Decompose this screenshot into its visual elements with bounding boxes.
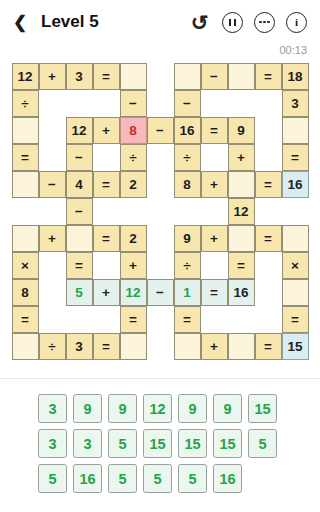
- cell-r3c9: [255, 144, 282, 171]
- cell-r8c1: [39, 279, 66, 306]
- tray-tile-8[interactable]: 3: [73, 429, 102, 458]
- cell-r10c9: =: [255, 333, 282, 360]
- cell-r0c9: =: [255, 63, 282, 90]
- cell-r5c5: [147, 198, 174, 225]
- cell-r6c6: 9: [174, 225, 201, 252]
- cell-r10c10: 15: [282, 333, 309, 360]
- cell-r7c8: =: [228, 252, 255, 279]
- pause-icon[interactable]: [222, 12, 243, 33]
- cell-r2c4[interactable]: 8: [120, 117, 147, 144]
- cell-r9c2: [66, 306, 93, 333]
- tray-tile-16[interactable]: 5: [108, 464, 137, 493]
- tray-tile-18[interactable]: 5: [178, 464, 207, 493]
- cell-r1c3: [93, 90, 120, 117]
- tray-tile-14[interactable]: 5: [38, 464, 67, 493]
- cell-r1c6: −: [174, 90, 201, 117]
- cell-r6c9: =: [255, 225, 282, 252]
- cell-r4c6: 8: [174, 171, 201, 198]
- cell-r4c1: −: [39, 171, 66, 198]
- cell-r9c0: =: [12, 306, 39, 333]
- cell-r1c9: [255, 90, 282, 117]
- info-icon[interactable]: i: [286, 12, 307, 33]
- tray-tile-1[interactable]: 9: [73, 394, 102, 423]
- cell-r1c1: [39, 90, 66, 117]
- cell-r4c2: 4: [66, 171, 93, 198]
- tray-tile-12[interactable]: 15: [213, 429, 242, 458]
- tray-tile-13[interactable]: 5: [248, 429, 277, 458]
- cell-r5c2: −: [66, 198, 93, 225]
- cell-r9c4: =: [120, 306, 147, 333]
- tray-tile-4[interactable]: 9: [178, 394, 207, 423]
- cell-r8c10[interactable]: [282, 279, 309, 306]
- cell-r2c9: [255, 117, 282, 144]
- cell-r9c5: [147, 306, 174, 333]
- cell-r6c1: +: [39, 225, 66, 252]
- cell-r2c3: +: [93, 117, 120, 144]
- cell-r9c9: [255, 306, 282, 333]
- tray-tile-17[interactable]: 5: [143, 464, 172, 493]
- cell-r4c7: +: [201, 171, 228, 198]
- cell-r7c6: ÷: [174, 252, 201, 279]
- cell-r4c3: =: [93, 171, 120, 198]
- cell-r8c6[interactable]: 1: [174, 279, 201, 306]
- cell-r0c0: 12: [12, 63, 39, 90]
- cell-r7c4: +: [120, 252, 147, 279]
- cell-r7c1: [39, 252, 66, 279]
- cell-r0c4[interactable]: [120, 63, 147, 90]
- tile-tray: 399129915335151515551655516: [38, 394, 280, 493]
- cell-r3c8: +: [228, 144, 255, 171]
- cell-r0c6[interactable]: [174, 63, 201, 90]
- cell-r10c8[interactable]: [228, 333, 255, 360]
- cell-r5c6: [174, 198, 201, 225]
- topbar-icons: ↺ i: [188, 11, 307, 34]
- cell-r10c0[interactable]: [12, 333, 39, 360]
- timer-row: 00:13: [0, 44, 320, 62]
- page-title: Level 5: [41, 12, 99, 32]
- restart-icon[interactable]: ↺: [188, 11, 211, 34]
- cell-r10c7: +: [201, 333, 228, 360]
- cell-r2c1: [39, 117, 66, 144]
- cell-r7c3: [93, 252, 120, 279]
- cell-r9c1: [39, 306, 66, 333]
- cell-r3c2: −: [66, 144, 93, 171]
- cell-r4c5: [147, 171, 174, 198]
- cell-r1c10: 3: [282, 90, 309, 117]
- cell-r8c0: 8: [12, 279, 39, 306]
- cell-r4c4: 2: [120, 171, 147, 198]
- cell-r1c0: ÷: [12, 90, 39, 117]
- tray-divider: [0, 378, 320, 379]
- cell-r5c3: [93, 198, 120, 225]
- cell-r9c10: =: [282, 306, 309, 333]
- tray-tile-10[interactable]: 15: [143, 429, 172, 458]
- cell-r8c5: −: [147, 279, 174, 306]
- cell-r6c8[interactable]: [228, 225, 255, 252]
- cell-r1c5: [147, 90, 174, 117]
- cell-r5c10: [282, 198, 309, 225]
- cell-r9c8: [228, 306, 255, 333]
- cell-r7c5: [147, 252, 174, 279]
- cell-r5c1: [39, 198, 66, 225]
- tray-tile-6[interactable]: 15: [248, 394, 277, 423]
- cell-r10c6[interactable]: [174, 333, 201, 360]
- cell-r6c0[interactable]: [12, 225, 39, 252]
- cell-r4c8[interactable]: [228, 171, 255, 198]
- cell-r9c7: [201, 306, 228, 333]
- pause-bars-glyph: [229, 19, 235, 26]
- cell-r2c5: −: [147, 117, 174, 144]
- cell-r10c1: ÷: [39, 333, 66, 360]
- top-bar: ❮ Level 5 ↺ i: [0, 0, 320, 44]
- cell-r3c1: [39, 144, 66, 171]
- puzzle-board: 12+3=−=18÷−−312+8−16=9=−÷÷+=−4=28+=16−12…: [12, 63, 309, 360]
- cell-r4c9: =: [255, 171, 282, 198]
- cell-r3c3: [93, 144, 120, 171]
- cell-r8c8: 16: [228, 279, 255, 306]
- cell-r2c8: 9: [228, 117, 255, 144]
- cell-r2c0[interactable]: [12, 117, 39, 144]
- cell-r0c1: +: [39, 63, 66, 90]
- back-icon[interactable]: ❮: [13, 12, 35, 33]
- cell-r8c2[interactable]: 5: [66, 279, 93, 306]
- cell-r3c7: [201, 144, 228, 171]
- cell-r4c10: 16: [282, 171, 309, 198]
- cell-r7c10: ×: [282, 252, 309, 279]
- cell-r9c6: =: [174, 306, 201, 333]
- tray-tile-7[interactable]: 3: [38, 429, 67, 458]
- cell-r8c7: =: [201, 279, 228, 306]
- crossmath-app: ❮ Level 5 ↺ i 00:13 12+3=−=18÷−−312+8−16…: [0, 0, 320, 512]
- cell-r3c0: =: [12, 144, 39, 171]
- tray-tile-9[interactable]: 5: [108, 429, 137, 458]
- cell-r1c7: [201, 90, 228, 117]
- cell-r6c5: [147, 225, 174, 252]
- cell-r2c2: 12: [66, 117, 93, 144]
- cell-r6c3: =: [93, 225, 120, 252]
- cell-r2c7: =: [201, 117, 228, 144]
- cell-r0c10: 18: [282, 63, 309, 90]
- cell-r8c3: +: [93, 279, 120, 306]
- cell-r5c9: [255, 198, 282, 225]
- cell-r10c5: [147, 333, 174, 360]
- cell-r1c4: −: [120, 90, 147, 117]
- cell-r1c2: [66, 90, 93, 117]
- more-icon[interactable]: [254, 12, 275, 33]
- cell-r3c6: ÷: [174, 144, 201, 171]
- cell-r7c0: ×: [12, 252, 39, 279]
- cell-r0c2: 3: [66, 63, 93, 90]
- cell-r8c9: [255, 279, 282, 306]
- cell-r6c10[interactable]: [282, 225, 309, 252]
- cell-r0c3: =: [93, 63, 120, 90]
- cell-r2c10[interactable]: [282, 117, 309, 144]
- tray-tile-19[interactable]: 16: [213, 464, 242, 493]
- cell-r3c5: [147, 144, 174, 171]
- cell-r5c8: 12: [228, 198, 255, 225]
- cell-r7c2: =: [66, 252, 93, 279]
- cell-r9c3: [93, 306, 120, 333]
- cell-r5c4: [120, 198, 147, 225]
- tray-tile-0[interactable]: 3: [38, 394, 67, 423]
- cell-r10c2: 3: [66, 333, 93, 360]
- tray-tile-3[interactable]: 12: [143, 394, 172, 423]
- cell-r10c4[interactable]: [120, 333, 147, 360]
- cell-r1c8: [228, 90, 255, 117]
- cell-r8c4[interactable]: 12: [120, 279, 147, 306]
- cell-r6c2[interactable]: [66, 225, 93, 252]
- cell-r0c7: −: [201, 63, 228, 90]
- cell-r0c5: [147, 63, 174, 90]
- cell-r2c6: 16: [174, 117, 201, 144]
- timer: 00:13: [279, 44, 307, 62]
- tray-tile-2[interactable]: 9: [108, 394, 137, 423]
- cell-r7c9: [255, 252, 282, 279]
- tray-tile-5[interactable]: 9: [213, 394, 242, 423]
- cell-r3c10: =: [282, 144, 309, 171]
- cell-r6c4: 2: [120, 225, 147, 252]
- cell-r0c8[interactable]: [228, 63, 255, 90]
- cell-r7c7: [201, 252, 228, 279]
- cell-r5c0: [12, 198, 39, 225]
- cell-r6c7: +: [201, 225, 228, 252]
- cell-r10c3: =: [93, 333, 120, 360]
- ellipsis-glyph: [259, 21, 269, 23]
- cell-r4c0[interactable]: [12, 171, 39, 198]
- tray-tile-11[interactable]: 15: [178, 429, 207, 458]
- info-i-glyph: i: [295, 16, 298, 28]
- cell-r3c4: ÷: [120, 144, 147, 171]
- tray-tile-15[interactable]: 16: [73, 464, 102, 493]
- cell-r5c7: [201, 198, 228, 225]
